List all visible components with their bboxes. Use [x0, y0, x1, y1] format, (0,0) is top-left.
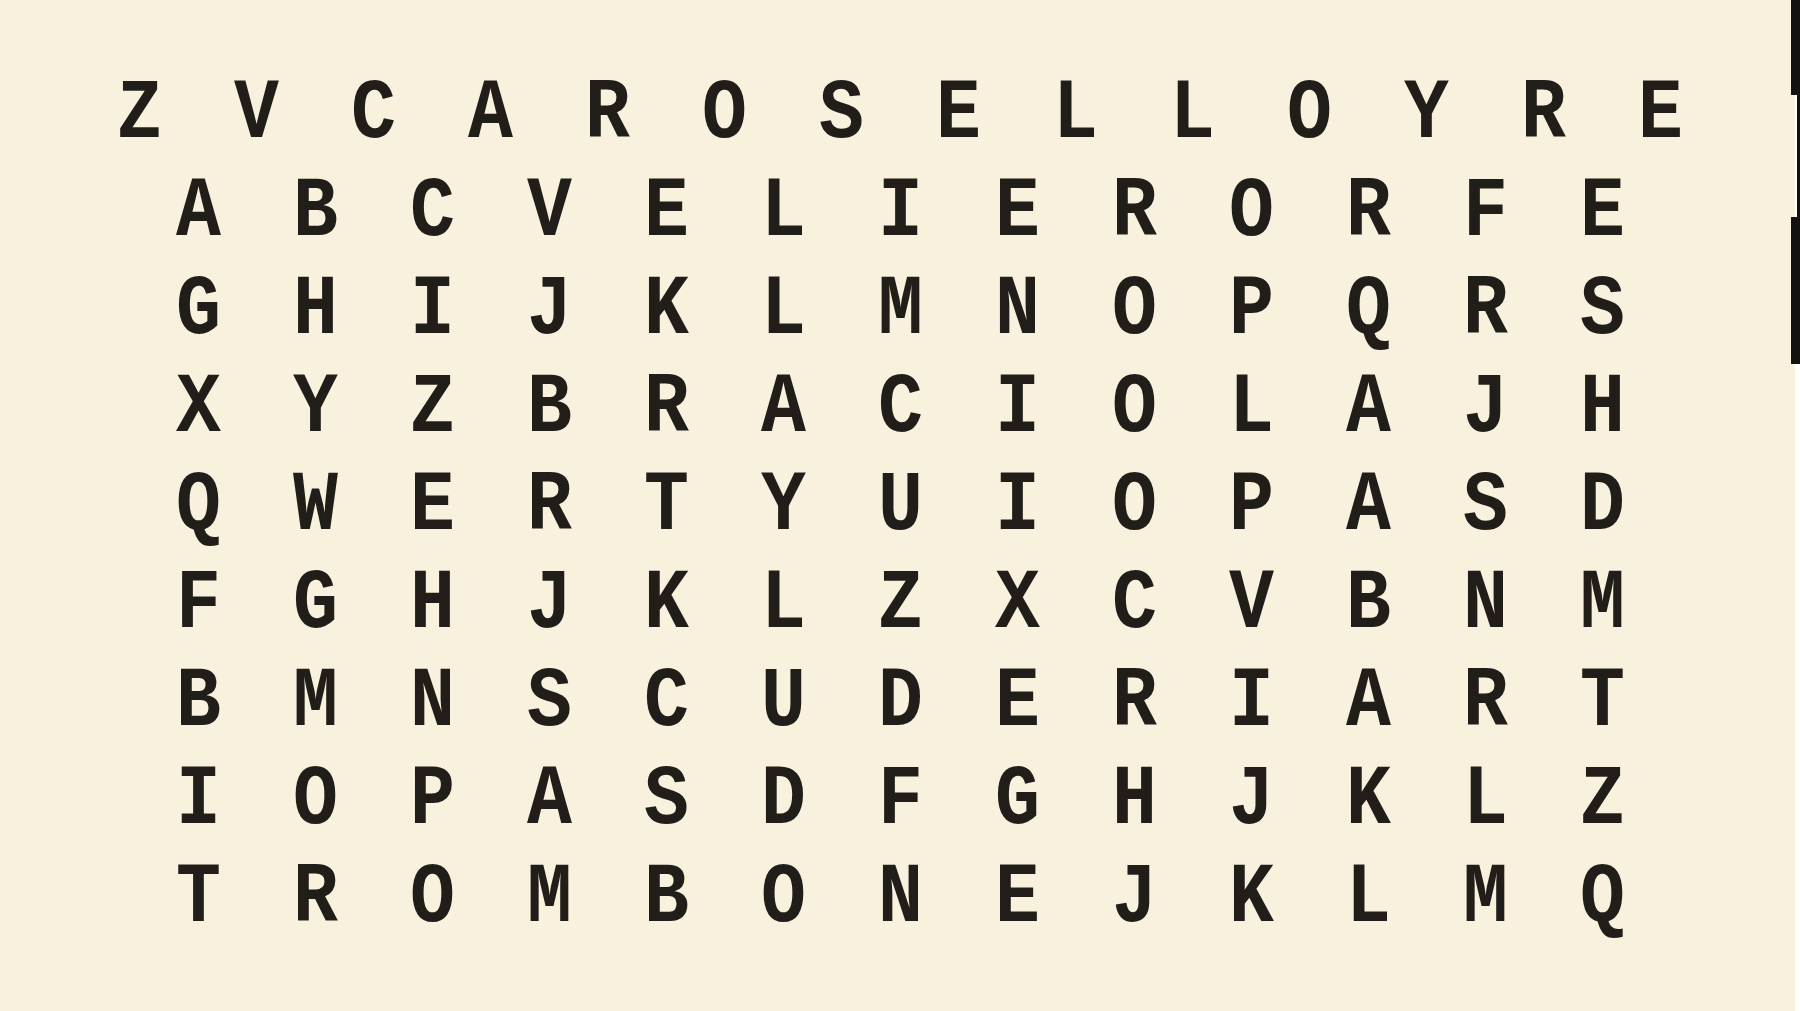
grid-cell-r4c8[interactable]: I: [961, 354, 1073, 462]
grid-cell-r3c9[interactable]: O: [1078, 256, 1190, 364]
grid-cell-r8c6[interactable]: D: [727, 746, 839, 854]
grid-cell-r9c6[interactable]: O: [727, 844, 839, 952]
grid-cell-r9c2[interactable]: R: [259, 844, 371, 952]
grid-cell-r8c7[interactable]: F: [844, 746, 956, 854]
grid-cell-r8c8[interactable]: G: [961, 746, 1073, 854]
grid-cell-r5c7[interactable]: U: [844, 452, 956, 560]
grid-cell-r2c4[interactable]: V: [493, 158, 605, 266]
grid-cell-r5c5[interactable]: T: [610, 452, 722, 560]
grid-row-1: ZVCAROSELLOYRE: [81, 65, 1719, 163]
grid-cell-r6c3[interactable]: H: [376, 550, 488, 658]
grid-cell-r7c13[interactable]: T: [1546, 648, 1658, 756]
grid-cell-r4c5[interactable]: R: [610, 354, 722, 462]
grid-cell-r9c11[interactable]: L: [1312, 844, 1424, 952]
grid-cell-r7c12[interactable]: R: [1429, 648, 1541, 756]
grid-cell-r5c13[interactable]: D: [1546, 452, 1658, 560]
grid-cell-r8c13[interactable]: Z: [1546, 746, 1658, 854]
grid-row-2: ABCVELIERORFE: [140, 163, 1661, 261]
grid-cell-r5c9[interactable]: O: [1078, 452, 1190, 560]
grid-cell-r5c1[interactable]: Q: [142, 452, 254, 560]
grid-cell-r7c1[interactable]: B: [142, 648, 254, 756]
grid-cell-r2c11[interactable]: R: [1312, 158, 1424, 266]
grid-cell-r1c10[interactable]: L: [1136, 60, 1248, 168]
grid-cell-r8c3[interactable]: P: [376, 746, 488, 854]
grid-cell-r7c9[interactable]: R: [1078, 648, 1190, 756]
grid-cell-r2c6[interactable]: L: [727, 158, 839, 266]
grid-cell-r2c12[interactable]: F: [1429, 158, 1541, 266]
grid-row-9: TROMBONEJKLMQ: [140, 849, 1661, 947]
grid-cell-r4c7[interactable]: C: [844, 354, 956, 462]
grid-cell-r3c12[interactable]: R: [1429, 256, 1541, 364]
grid-cell-r5c2[interactable]: W: [259, 452, 371, 560]
grid-cell-r2c13[interactable]: E: [1546, 158, 1658, 266]
grid-cell-r3c5[interactable]: K: [610, 256, 722, 364]
grid-cell-r6c11[interactable]: B: [1312, 550, 1424, 658]
grid-cell-r6c8[interactable]: X: [961, 550, 1073, 658]
grid-cell-r9c3[interactable]: O: [376, 844, 488, 952]
grid-cell-r1c1[interactable]: Z: [83, 60, 195, 168]
grid-cell-r4c1[interactable]: X: [142, 354, 254, 462]
grid-cell-r1c5[interactable]: R: [551, 60, 663, 168]
grid-cell-r1c4[interactable]: A: [434, 60, 546, 168]
grid-cell-r3c3[interactable]: I: [376, 256, 488, 364]
grid-cell-r5c11[interactable]: A: [1312, 452, 1424, 560]
grid-cell-r9c4[interactable]: M: [493, 844, 605, 952]
grid-cell-r6c13[interactable]: M: [1546, 550, 1658, 658]
grid-cell-r6c2[interactable]: G: [259, 550, 371, 658]
grid-cell-r8c9[interactable]: H: [1078, 746, 1190, 854]
grid-cell-r5c3[interactable]: E: [376, 452, 488, 560]
grid-cell-r5c12[interactable]: S: [1429, 452, 1541, 560]
grid-cell-r2c1[interactable]: A: [142, 158, 254, 266]
grid-cell-r5c6[interactable]: Y: [727, 452, 839, 560]
grid-cell-r9c9[interactable]: J: [1078, 844, 1190, 952]
grid-cell-r7c3[interactable]: N: [376, 648, 488, 756]
grid-cell-r1c12[interactable]: Y: [1370, 60, 1482, 168]
grid-cell-r5c10[interactable]: P: [1195, 452, 1307, 560]
grid-cell-r4c12[interactable]: J: [1429, 354, 1541, 462]
grid-cell-r4c11[interactable]: A: [1312, 354, 1424, 462]
grid-cell-r6c4[interactable]: J: [493, 550, 605, 658]
grid-cell-r6c7[interactable]: Z: [844, 550, 956, 658]
grid-cell-r4c2[interactable]: Y: [259, 354, 371, 462]
grid-cell-r8c10[interactable]: J: [1195, 746, 1307, 854]
grid-cell-r8c2[interactable]: O: [259, 746, 371, 854]
grid-cell-r2c2[interactable]: B: [259, 158, 371, 266]
grid-cell-r1c2[interactable]: V: [200, 60, 312, 168]
grid-cell-r1c8[interactable]: E: [902, 60, 1014, 168]
grid-cell-r1c13[interactable]: R: [1487, 60, 1599, 168]
grid-cell-r6c1[interactable]: F: [142, 550, 254, 658]
grid-cell-r2c3[interactable]: C: [376, 158, 488, 266]
grid-cell-r8c4[interactable]: A: [493, 746, 605, 854]
grid-cell-r1c11[interactable]: O: [1253, 60, 1365, 168]
grid-cell-r4c3[interactable]: Z: [376, 354, 488, 462]
grid-row-5: QWERTYUIOPASD: [140, 457, 1661, 555]
word-search-grid: ZVCAROSELLOYREABCVELIERORFEGHIJKLMNOPQRS…: [81, 65, 1719, 947]
grid-cell-r8c12[interactable]: L: [1429, 746, 1541, 854]
grid-cell-r4c10[interactable]: L: [1195, 354, 1307, 462]
grid-cell-r4c9[interactable]: O: [1078, 354, 1190, 462]
grid-cell-r3c10[interactable]: P: [1195, 256, 1307, 364]
grid-cell-r3c1[interactable]: G: [142, 256, 254, 364]
grid-cell-r9c12[interactable]: M: [1429, 844, 1541, 952]
grid-cell-r1c3[interactable]: C: [317, 60, 429, 168]
grid-cell-r7c5[interactable]: C: [610, 648, 722, 756]
grid-cell-r7c8[interactable]: E: [961, 648, 1073, 756]
grid-cell-r9c13[interactable]: Q: [1546, 844, 1658, 952]
grid-cell-r3c13[interactable]: S: [1546, 256, 1658, 364]
grid-cell-r2c7[interactable]: I: [844, 158, 956, 266]
grid-cell-r6c5[interactable]: K: [610, 550, 722, 658]
grid-cell-r7c11[interactable]: A: [1312, 648, 1424, 756]
grid-cell-r2c8[interactable]: E: [961, 158, 1073, 266]
grid-cell-r5c4[interactable]: R: [493, 452, 605, 560]
grid-cell-r2c10[interactable]: O: [1195, 158, 1307, 266]
grid-cell-r3c8[interactable]: N: [961, 256, 1073, 364]
word-search-page: ZVCAROSELLOYREABCVELIERORFEGHIJKLMNOPQRS…: [0, 0, 1800, 1011]
grid-cell-r1c6[interactable]: O: [668, 60, 780, 168]
grid-cell-r1c7[interactable]: S: [785, 60, 897, 168]
grid-cell-r3c2[interactable]: H: [259, 256, 371, 364]
grid-row-4: XYZBRACIOLAJH: [140, 359, 1661, 457]
grid-row-8: IOPASDFGHJKLZ: [140, 751, 1661, 849]
grid-cell-r9c10[interactable]: K: [1195, 844, 1307, 952]
grid-cell-r8c11[interactable]: K: [1312, 746, 1424, 854]
grid-cell-r9c5[interactable]: B: [610, 844, 722, 952]
grid-cell-r4c13[interactable]: H: [1546, 354, 1658, 462]
grid-cell-r3c11[interactable]: Q: [1312, 256, 1424, 364]
grid-cell-r2c5[interactable]: E: [610, 158, 722, 266]
grid-cell-r1c14[interactable]: E: [1604, 60, 1716, 168]
grid-cell-r8c1[interactable]: I: [142, 746, 254, 854]
grid-cell-r4c6[interactable]: A: [727, 354, 839, 462]
grid-cell-r6c12[interactable]: N: [1429, 550, 1541, 658]
grid-cell-r7c7[interactable]: D: [844, 648, 956, 756]
grid-cell-r3c6[interactable]: L: [727, 256, 839, 364]
grid-cell-r8c5[interactable]: S: [610, 746, 722, 854]
grid-row-6: FGHJKLZXCVBNM: [140, 555, 1661, 653]
grid-cell-r4c4[interactable]: B: [493, 354, 605, 462]
grid-cell-r3c4[interactable]: J: [493, 256, 605, 364]
grid-cell-r9c1[interactable]: T: [142, 844, 254, 952]
grid-row-7: BMNSCUDERIART: [140, 653, 1661, 751]
grid-cell-r7c6[interactable]: U: [727, 648, 839, 756]
grid-row-3: GHIJKLMNOPQRS: [140, 261, 1661, 359]
grid-cell-r6c9[interactable]: C: [1078, 550, 1190, 658]
grid-cell-r3c7[interactable]: M: [844, 256, 956, 364]
scrollbar-thumb-top[interactable]: [1791, 0, 1800, 95]
grid-cell-r9c8[interactable]: E: [961, 844, 1073, 952]
grid-cell-r7c4[interactable]: S: [493, 648, 605, 756]
grid-cell-r9c7[interactable]: N: [844, 844, 956, 952]
scrollbar-thumb-bottom[interactable]: [1791, 217, 1800, 364]
grid-cell-r2c9[interactable]: R: [1078, 158, 1190, 266]
grid-cell-r7c10[interactable]: I: [1195, 648, 1307, 756]
grid-cell-r6c10[interactable]: V: [1195, 550, 1307, 658]
grid-cell-r5c8[interactable]: I: [961, 452, 1073, 560]
grid-cell-r1c9[interactable]: L: [1019, 60, 1131, 168]
grid-cell-r6c6[interactable]: L: [727, 550, 839, 658]
grid-cell-r7c2[interactable]: M: [259, 648, 371, 756]
